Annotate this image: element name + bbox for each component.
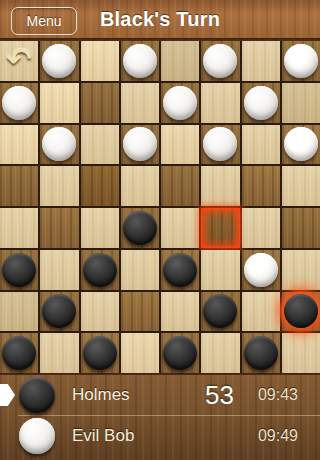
black-piece[interactable]: [83, 336, 117, 370]
white-piece[interactable]: [123, 127, 157, 161]
player-clock-black: 09:43: [246, 386, 298, 404]
square-r3c1[interactable]: [40, 166, 78, 206]
square-r3c5[interactable]: [201, 166, 239, 206]
square-r6c5[interactable]: [201, 292, 239, 332]
black-piece[interactable]: [2, 336, 36, 370]
square-r2c3[interactable]: [121, 125, 159, 165]
player-row-white: Evil Bob 09:49: [0, 416, 320, 456]
player-name-white: Evil Bob: [72, 426, 194, 446]
player-row-black: Holmes 53 09:43: [0, 375, 320, 415]
white-piece[interactable]: [2, 86, 36, 120]
square-r1c2[interactable]: [81, 83, 119, 123]
black-piece[interactable]: [244, 336, 278, 370]
player-name-black: Holmes: [72, 385, 194, 405]
square-r0c4[interactable]: [161, 41, 199, 81]
board: ↶: [0, 41, 320, 373]
square-r0c1[interactable]: [40, 41, 78, 81]
square-r3c7[interactable]: [282, 166, 320, 206]
square-r1c5[interactable]: [201, 83, 239, 123]
white-piece[interactable]: [203, 127, 237, 161]
black-piece[interactable]: [284, 294, 318, 328]
players-panel: Holmes 53 09:43 Evil Bob 09:49: [0, 375, 320, 460]
title-bar: Menu Black's Turn: [0, 0, 320, 38]
square-r0c3[interactable]: [121, 41, 159, 81]
square-r5c5[interactable]: [201, 250, 239, 290]
square-r2c0[interactable]: [0, 125, 38, 165]
black-piece[interactable]: [163, 336, 197, 370]
white-piece-icon: [19, 418, 55, 454]
black-piece[interactable]: [203, 294, 237, 328]
square-r7c3[interactable]: [121, 333, 159, 373]
square-r7c2[interactable]: [81, 333, 119, 373]
player-clock-white: 09:49: [246, 427, 298, 445]
square-r7c5[interactable]: [201, 333, 239, 373]
square-r2c7[interactable]: [282, 125, 320, 165]
square-r1c0[interactable]: [0, 83, 38, 123]
black-piece-icon: [19, 377, 55, 413]
square-r4c0[interactable]: [0, 208, 38, 248]
square-r3c6[interactable]: [242, 166, 280, 206]
square-r7c6[interactable]: [242, 333, 280, 373]
square-r7c7[interactable]: [282, 333, 320, 373]
square-r0c6[interactable]: [242, 41, 280, 81]
square-r4c4[interactable]: [161, 208, 199, 248]
square-r1c6[interactable]: [242, 83, 280, 123]
square-r6c1[interactable]: [40, 292, 78, 332]
black-piece[interactable]: [83, 253, 117, 287]
square-r5c6[interactable]: [242, 250, 280, 290]
white-piece[interactable]: [284, 44, 318, 78]
white-piece[interactable]: [284, 127, 318, 161]
square-r3c4[interactable]: [161, 166, 199, 206]
white-piece[interactable]: [42, 44, 76, 78]
white-piece[interactable]: [244, 86, 278, 120]
square-r1c7[interactable]: [282, 83, 320, 123]
square-r6c2[interactable]: [81, 292, 119, 332]
black-piece[interactable]: [42, 294, 76, 328]
player-score-black: 53: [194, 380, 234, 411]
square-r4c1[interactable]: [40, 208, 78, 248]
square-r3c0[interactable]: [0, 166, 38, 206]
square-r3c3[interactable]: [121, 166, 159, 206]
white-piece[interactable]: [123, 44, 157, 78]
square-r4c3[interactable]: [121, 208, 159, 248]
square-r1c3[interactable]: [121, 83, 159, 123]
square-r6c0[interactable]: [0, 292, 38, 332]
square-r1c4[interactable]: [161, 83, 199, 123]
square-r7c1[interactable]: [40, 333, 78, 373]
square-r7c0[interactable]: [0, 333, 38, 373]
square-r7c4[interactable]: [161, 333, 199, 373]
white-piece[interactable]: [42, 127, 76, 161]
square-r6c6[interactable]: [242, 292, 280, 332]
square-r2c5[interactable]: [201, 125, 239, 165]
square-r4c7[interactable]: [282, 208, 320, 248]
menu-button[interactable]: Menu: [11, 7, 77, 35]
black-piece[interactable]: [2, 253, 36, 287]
square-r0c2[interactable]: [81, 41, 119, 81]
square-r6c7[interactable]: [282, 292, 320, 332]
square-r5c3[interactable]: [121, 250, 159, 290]
square-r5c4[interactable]: [161, 250, 199, 290]
white-piece[interactable]: [203, 44, 237, 78]
page-title: Black's Turn: [100, 8, 220, 31]
square-r0c7[interactable]: [282, 41, 320, 81]
square-r4c5[interactable]: [201, 208, 239, 248]
black-piece[interactable]: [163, 253, 197, 287]
square-r5c0[interactable]: [0, 250, 38, 290]
square-r5c2[interactable]: [81, 250, 119, 290]
square-r4c2[interactable]: [81, 208, 119, 248]
white-piece[interactable]: [244, 253, 278, 287]
square-r0c5[interactable]: [201, 41, 239, 81]
square-r6c4[interactable]: [161, 292, 199, 332]
undo-icon[interactable]: ↶: [7, 44, 32, 74]
square-r5c7[interactable]: [282, 250, 320, 290]
square-r3c2[interactable]: [81, 166, 119, 206]
square-r4c6[interactable]: [242, 208, 280, 248]
square-r1c1[interactable]: [40, 83, 78, 123]
square-r2c2[interactable]: [81, 125, 119, 165]
turn-indicator-arrow: [0, 384, 15, 406]
white-piece[interactable]: [163, 86, 197, 120]
square-r6c3[interactable]: [121, 292, 159, 332]
square-r2c1[interactable]: [40, 125, 78, 165]
black-piece[interactable]: [123, 211, 157, 245]
square-r2c6[interactable]: [242, 125, 280, 165]
square-r0c0[interactable]: ↶: [0, 41, 38, 81]
square-r5c1[interactable]: [40, 250, 78, 290]
square-r2c4[interactable]: [161, 125, 199, 165]
